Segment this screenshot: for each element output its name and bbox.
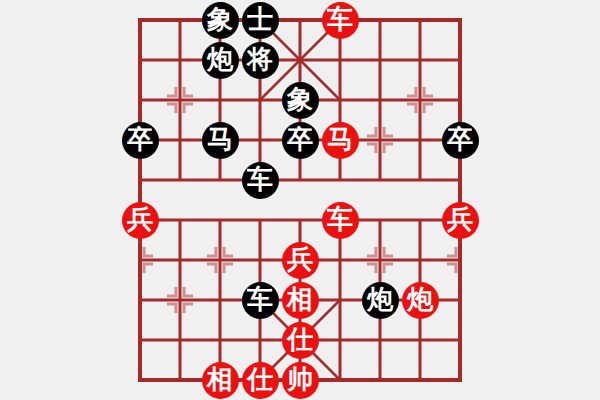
piece-red-general[interactable]: 帅 [282, 362, 319, 399]
piece-red-horse[interactable]: 马 [322, 122, 359, 159]
piece-black-pawn[interactable]: 卒 [122, 122, 159, 159]
piece-black-general[interactable]: 将 [242, 42, 279, 79]
piece-black-advisor[interactable]: 士 [242, 2, 279, 39]
piece-black-horse[interactable]: 马 [202, 122, 239, 159]
piece-black-elephant[interactable]: 象 [282, 82, 319, 119]
piece-black-pawn[interactable]: 卒 [282, 122, 319, 159]
piece-red-elephant[interactable]: 相 [202, 362, 239, 399]
piece-red-advisor[interactable]: 仕 [242, 362, 279, 399]
piece-black-chariot[interactable]: 车 [242, 162, 279, 199]
piece-black-cannon[interactable]: 炮 [362, 282, 399, 319]
piece-black-elephant[interactable]: 象 [202, 2, 239, 39]
piece-black-pawn[interactable]: 卒 [442, 122, 479, 159]
piece-black-chariot[interactable]: 车 [242, 282, 279, 319]
piece-red-elephant[interactable]: 相 [282, 282, 319, 319]
piece-red-chariot[interactable]: 车 [322, 202, 359, 239]
piece-red-advisor[interactable]: 仕 [282, 322, 319, 359]
piece-red-pawn[interactable]: 兵 [122, 202, 159, 239]
pieces-layer: 象士车炮将象卒马卒马卒车兵车兵兵车相炮炮仕相仕帅 [120, 0, 480, 400]
piece-red-pawn[interactable]: 兵 [442, 202, 479, 239]
piece-red-chariot[interactable]: 车 [322, 2, 359, 39]
piece-red-pawn[interactable]: 兵 [282, 242, 319, 279]
piece-red-cannon[interactable]: 炮 [402, 282, 439, 319]
xiangqi-board-diagram: 象士车炮将象卒马卒马卒车兵车兵兵车相炮炮仕相仕帅 [0, 0, 600, 400]
piece-black-cannon[interactable]: 炮 [202, 42, 239, 79]
